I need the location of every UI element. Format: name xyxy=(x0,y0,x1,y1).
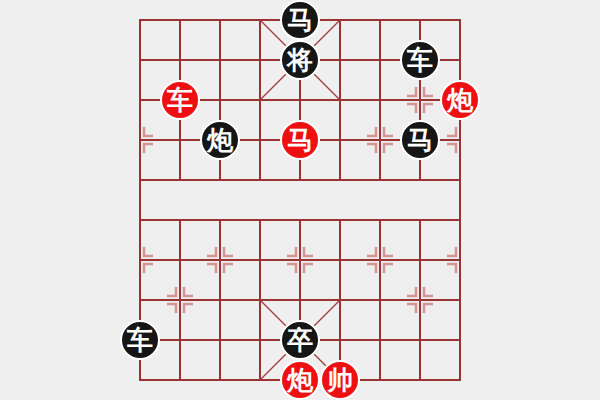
black-general[interactable]: 将 xyxy=(280,40,320,80)
black-chariot[interactable]: 车 xyxy=(400,40,440,80)
red-general[interactable]: 帅 xyxy=(320,360,360,400)
red-cannon[interactable]: 炮 xyxy=(440,80,480,120)
black-cannon[interactable]: 炮 xyxy=(200,120,240,160)
black-soldier[interactable]: 卒 xyxy=(280,320,320,360)
black-horse[interactable]: 马 xyxy=(400,120,440,160)
red-cannon[interactable]: 炮 xyxy=(280,360,320,400)
xiangqi-diagram: 马将车车炮炮马马车卒炮帅 xyxy=(0,0,600,400)
red-horse[interactable]: 马 xyxy=(280,120,320,160)
red-chariot[interactable]: 车 xyxy=(160,80,200,120)
black-chariot[interactable]: 车 xyxy=(120,320,160,360)
black-horse[interactable]: 马 xyxy=(280,0,320,40)
